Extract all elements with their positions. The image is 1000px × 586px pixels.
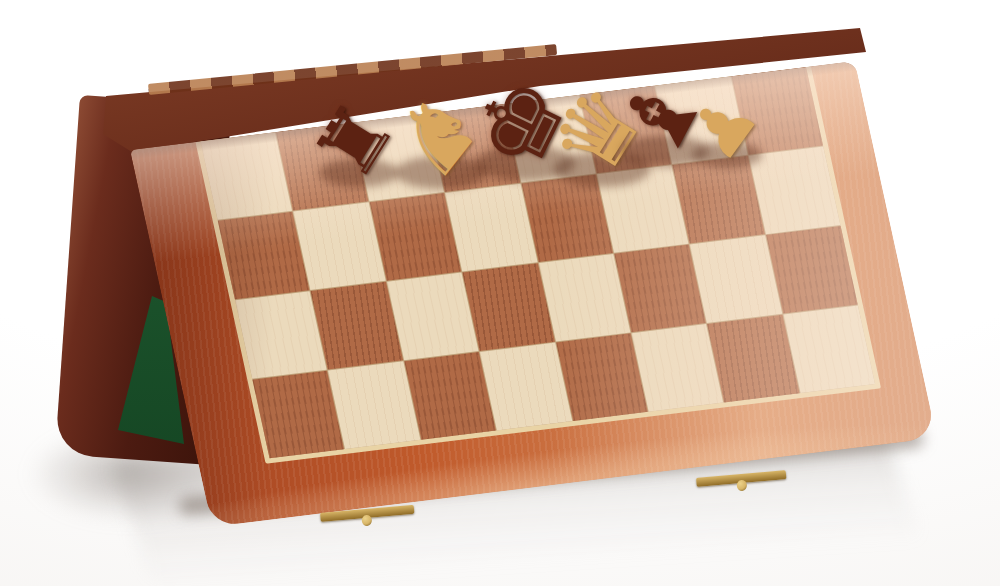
square-r4c8 [783,305,875,393]
square-r3c8 [766,226,858,314]
product-photo-scene: ♜♞♚♛♝♟ [0,0,1000,586]
board-inlay-border [196,66,882,463]
chessboard-grid [200,67,875,458]
square-r1c8 [731,67,823,155]
square-r2c8 [748,146,840,234]
brass-knob [736,480,747,492]
